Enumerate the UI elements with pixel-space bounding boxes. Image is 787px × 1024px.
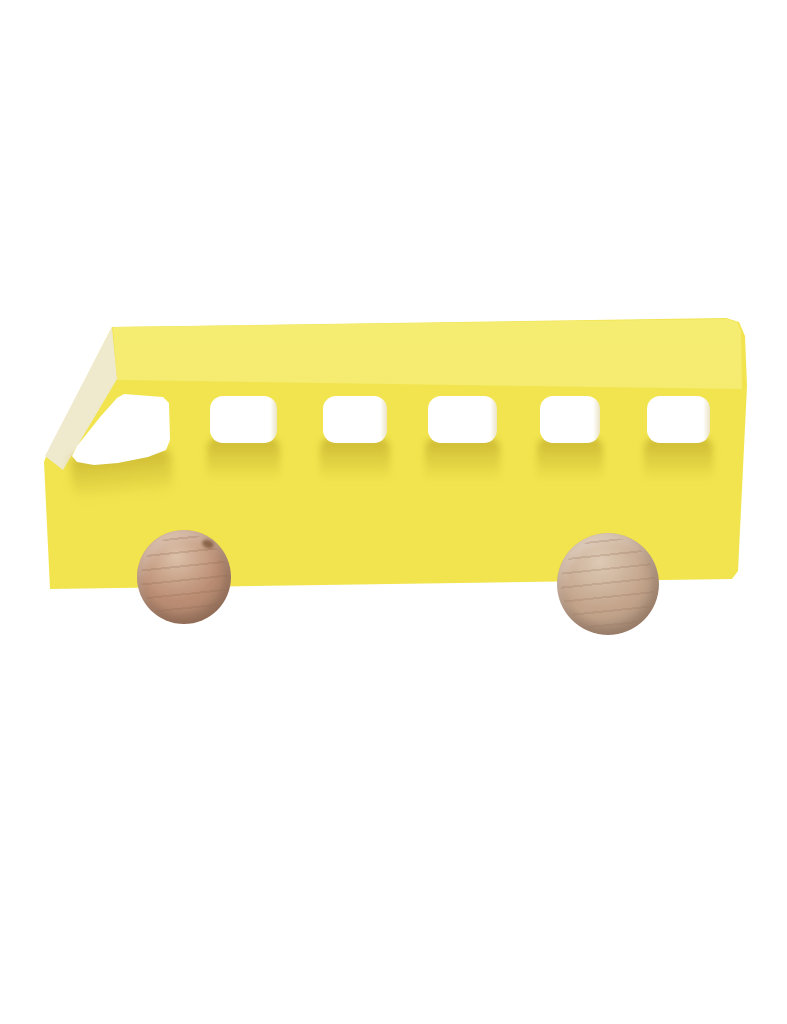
window-recess-shadow-2 <box>320 438 390 484</box>
window-recess-shadow-5 <box>644 438 713 484</box>
side-window-cutout-2 <box>323 396 387 443</box>
window-recess-shadow-4 <box>537 438 603 484</box>
wood-grain-texture <box>559 535 656 632</box>
window-recess-shadow-1 <box>207 438 280 484</box>
window-recess-shadow-3 <box>425 438 500 484</box>
bus-body-side-face <box>0 0 787 1024</box>
wooden-ball-wheel-rear <box>557 533 659 635</box>
side-window-cutout-4 <box>540 396 600 443</box>
photo-stage <box>0 0 787 1024</box>
toy-bus <box>0 0 787 1024</box>
wooden-ball-wheel-front <box>137 530 231 624</box>
side-window-cutout-1 <box>210 396 277 443</box>
side-window-cutout-5 <box>647 396 710 443</box>
side-window-cutout-3 <box>428 396 497 443</box>
wood-grain-texture <box>139 532 228 621</box>
